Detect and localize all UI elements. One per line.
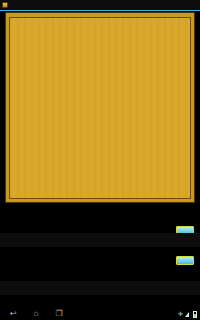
edit-button-row: [0, 209, 200, 223]
recents-icon[interactable]: ❐: [56, 310, 63, 318]
system-navbar: ↩ ⌂ ❐ ✛: [0, 308, 200, 320]
gps-icon: ✛: [178, 311, 183, 317]
signal-icon: [185, 312, 189, 317]
menu-button-row: [0, 296, 200, 307]
home-icon[interactable]: ⌂: [34, 310, 39, 318]
screen: ↩ ⌂ ❐ ✛: [0, 0, 200, 320]
board-pieces-layer: [9, 17, 191, 199]
accent-line: [0, 10, 200, 11]
black-piece-tray: [0, 281, 200, 295]
nav-left: ↩ ⌂ ❐: [10, 310, 63, 318]
shogi-board: [5, 12, 195, 203]
battery-icon: [193, 311, 197, 318]
back-icon[interactable]: ↩: [10, 310, 17, 318]
app-icon: [2, 2, 8, 8]
title-bar: [0, 0, 200, 10]
black-tray-collapse-button[interactable]: [176, 256, 194, 265]
status-area: ✛: [178, 311, 197, 318]
white-piece-tray: [0, 233, 200, 247]
